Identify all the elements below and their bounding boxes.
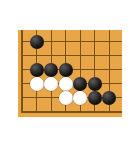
black-stone [44,63,58,77]
white-stone [30,77,44,91]
black-stone [88,91,102,105]
grid-line-vertical [21,30,23,113]
white-stone [59,91,73,105]
screenshot-canvas [0,0,140,150]
white-stone [59,77,73,91]
black-stone [88,77,102,91]
black-stone [30,35,44,49]
black-stone [73,77,87,91]
black-stone [102,91,116,105]
white-stone [73,91,87,105]
grid-line-horizontal [21,55,122,56]
go-board[interactable] [18,30,122,117]
grid-line-horizontal [21,111,122,113]
white-stone [44,77,58,91]
black-stone [59,63,73,77]
black-stone [30,63,44,77]
